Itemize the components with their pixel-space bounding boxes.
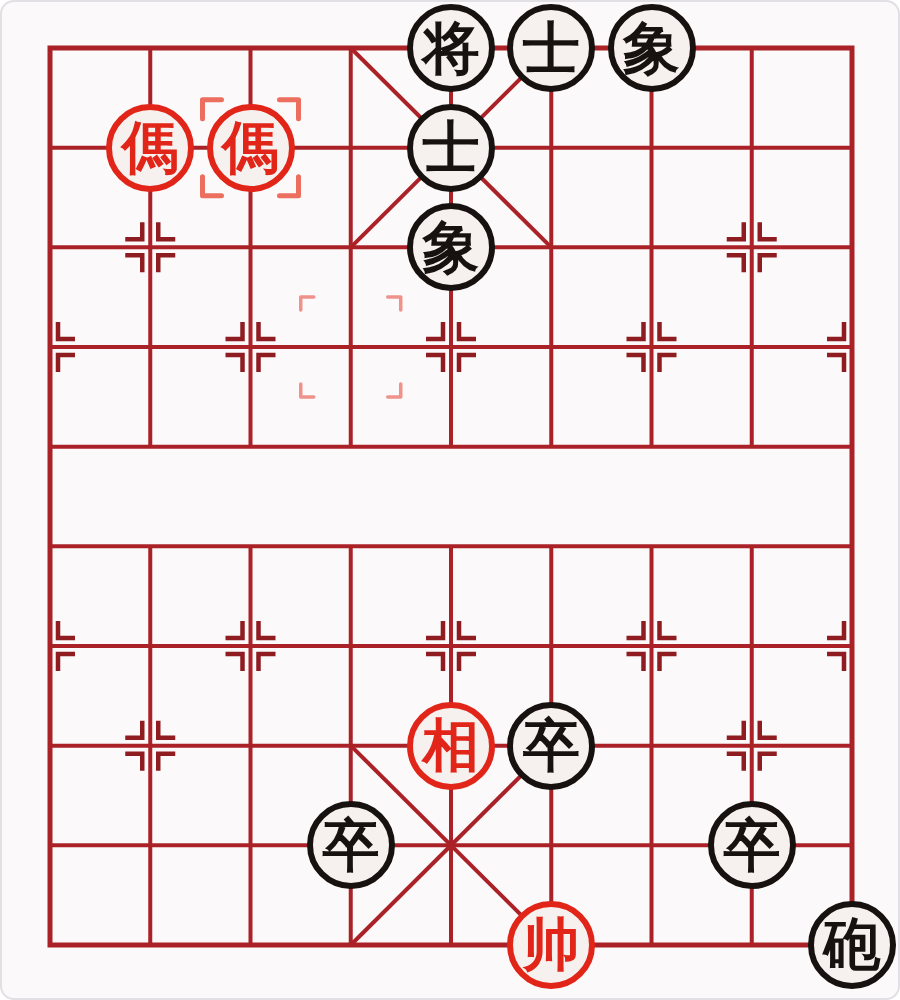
point-2-4 (200, 397, 300, 497)
point-0-0 (0, 0, 100, 98)
point-2-1: 傌 (200, 98, 300, 198)
point-7-6 (702, 596, 802, 696)
piece-black-soldier[interactable]: 卒 (307, 801, 395, 889)
point-3-2 (301, 197, 401, 297)
point-5-4 (501, 397, 601, 497)
piece-black-general[interactable]: 将 (407, 4, 495, 92)
point-6-7 (601, 696, 701, 796)
point-0-9 (0, 895, 100, 995)
point-3-7 (301, 696, 401, 796)
point-2-9 (200, 895, 300, 995)
point-1-2 (100, 197, 200, 297)
point-4-3 (401, 297, 501, 397)
point-2-2 (200, 197, 300, 297)
piece-red-elephant[interactable]: 相 (407, 702, 495, 790)
point-2-6 (200, 596, 300, 696)
point-0-2 (0, 197, 100, 297)
point-5-6 (501, 596, 601, 696)
point-2-8 (200, 795, 300, 895)
piece-black-advisor[interactable]: 士 (507, 4, 595, 92)
point-8-9: 砲 (802, 895, 900, 995)
piece-black-soldier[interactable]: 卒 (708, 801, 796, 889)
point-2-0 (200, 0, 300, 98)
point-6-6 (601, 596, 701, 696)
point-7-1 (702, 98, 802, 198)
point-8-1 (802, 98, 900, 198)
point-6-9 (601, 895, 701, 995)
point-1-1: 傌 (100, 98, 200, 198)
xiangqi-board: 将士象傌傌士象相卒卒卒帅砲 (0, 0, 900, 1000)
point-3-6 (301, 596, 401, 696)
point-1-5 (100, 496, 200, 596)
point-1-3 (100, 297, 200, 397)
piece-black-elephant[interactable]: 象 (608, 4, 696, 92)
point-4-2: 象 (401, 197, 501, 297)
point-6-4 (601, 397, 701, 497)
point-2-7 (200, 696, 300, 796)
point-3-5 (301, 496, 401, 596)
point-5-0: 士 (501, 0, 601, 98)
point-4-0: 将 (401, 0, 501, 98)
point-5-9: 帅 (501, 895, 601, 995)
point-1-0 (100, 0, 200, 98)
point-2-5 (200, 496, 300, 596)
point-5-3 (501, 297, 601, 397)
point-4-8 (401, 795, 501, 895)
point-8-8 (802, 795, 900, 895)
board-grid: 将士象傌傌士象相卒卒卒帅砲 (0, 0, 900, 995)
point-1-4 (100, 397, 200, 497)
point-7-9 (702, 895, 802, 995)
point-7-5 (702, 496, 802, 596)
point-6-8 (601, 795, 701, 895)
point-4-6 (401, 596, 501, 696)
point-3-8: 卒 (301, 795, 401, 895)
piece-black-elephant[interactable]: 象 (407, 203, 495, 291)
point-1-9 (100, 895, 200, 995)
point-8-0 (802, 0, 900, 98)
point-7-8: 卒 (702, 795, 802, 895)
point-0-6 (0, 596, 100, 696)
point-4-1: 士 (401, 98, 501, 198)
point-0-5 (0, 496, 100, 596)
point-8-2 (802, 197, 900, 297)
point-0-1 (0, 98, 100, 198)
point-3-9 (301, 895, 401, 995)
point-7-2 (702, 197, 802, 297)
point-4-7: 相 (401, 696, 501, 796)
point-8-7 (802, 696, 900, 796)
point-7-4 (702, 397, 802, 497)
point-4-5 (401, 496, 501, 596)
point-4-9 (401, 895, 501, 995)
piece-red-general[interactable]: 帅 (507, 901, 595, 989)
piece-black-cannon[interactable]: 砲 (808, 901, 896, 989)
point-5-2 (501, 197, 601, 297)
point-6-1 (601, 98, 701, 198)
point-4-4 (401, 397, 501, 497)
point-0-8 (0, 795, 100, 895)
point-1-7 (100, 696, 200, 796)
point-8-6 (802, 596, 900, 696)
point-5-5 (501, 496, 601, 596)
point-5-1 (501, 98, 601, 198)
point-2-3 (200, 297, 300, 397)
point-6-3 (601, 297, 701, 397)
point-8-3 (802, 297, 900, 397)
point-6-5 (601, 496, 701, 596)
point-8-4 (802, 397, 900, 497)
point-1-6 (100, 596, 200, 696)
piece-black-soldier[interactable]: 卒 (507, 702, 595, 790)
point-5-7: 卒 (501, 696, 601, 796)
piece-red-horse[interactable]: 傌 (106, 104, 194, 192)
point-5-8 (501, 795, 601, 895)
point-6-0: 象 (601, 0, 701, 98)
point-7-0 (702, 0, 802, 98)
point-6-2 (601, 197, 701, 297)
point-3-4 (301, 397, 401, 497)
point-0-4 (0, 397, 100, 497)
point-0-3 (0, 297, 100, 397)
point-3-1 (301, 98, 401, 198)
point-7-3 (702, 297, 802, 397)
point-7-7 (702, 696, 802, 796)
point-3-0 (301, 0, 401, 98)
point-0-7 (0, 696, 100, 796)
piece-red-horse[interactable]: 傌 (207, 104, 295, 192)
piece-black-advisor[interactable]: 士 (407, 104, 495, 192)
point-1-8 (100, 795, 200, 895)
point-3-3 (301, 297, 401, 397)
point-8-5 (802, 496, 900, 596)
